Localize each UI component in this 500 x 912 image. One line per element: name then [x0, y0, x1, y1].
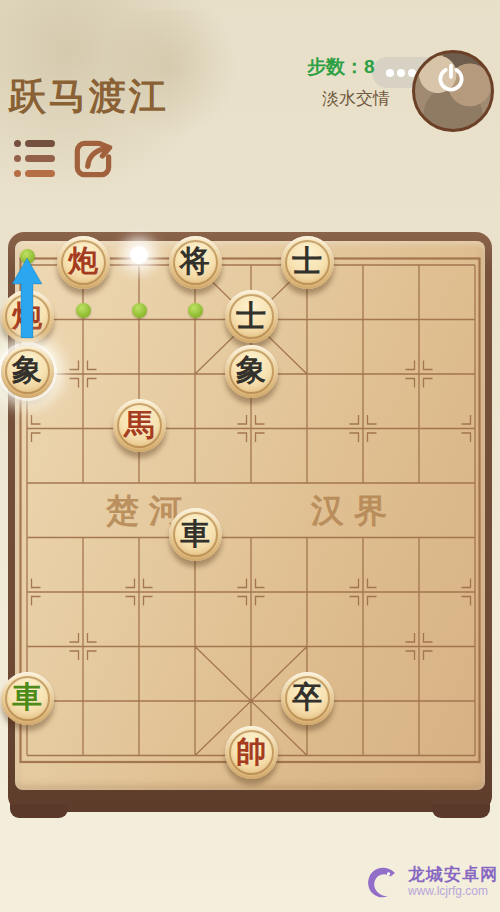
glow-point: [130, 246, 148, 264]
avatar[interactable]: [412, 50, 494, 132]
move-hint-dot[interactable]: [188, 303, 203, 318]
piece-glyph: 象: [236, 355, 266, 385]
steps-value: 8: [364, 56, 375, 77]
piece-glyph: 車: [180, 519, 210, 549]
move-hint-dot[interactable]: [132, 303, 147, 318]
steps-label: 步数：: [307, 56, 364, 77]
move-hint-dot[interactable]: [20, 249, 35, 264]
steps-counter: 步数：8: [307, 54, 375, 80]
board-frame: 楚河 汉界 炮将士炮士象象馬車車卒帥: [8, 232, 492, 812]
watermark-site-name: 龙城安卓网: [408, 866, 498, 885]
piece-black-象[interactable]: 象: [1, 345, 54, 398]
pieces-layer: 炮将士炮士象象馬車車卒帥: [0, 238, 500, 783]
watermark-site-url: www.lcjrfg.com: [408, 885, 498, 898]
piece-glyph: 士: [292, 246, 322, 276]
menu-dot: [386, 69, 394, 77]
piece-glyph: 卒: [292, 682, 322, 712]
piece-red-炮[interactable]: 炮: [57, 236, 110, 289]
piece-glyph: 炮: [12, 301, 42, 331]
piece-black-将[interactable]: 将: [169, 236, 222, 289]
dragon-logo-icon: [364, 860, 404, 904]
piece-glyph: 車: [12, 682, 42, 712]
piece-black-士[interactable]: 士: [225, 290, 278, 343]
menu-dot: [397, 69, 405, 77]
piece-glyph: 炮: [68, 246, 98, 276]
piece-black-車[interactable]: 車: [169, 508, 222, 561]
app-screen: 跃马渡江 步数：8 淡水交情 楚河 汉界 炮将士炮士象象馬車車卒帥: [0, 0, 500, 912]
list-icon-row: [14, 140, 58, 147]
list-icon-row: [14, 170, 58, 177]
xiangqi-board: 楚河 汉界 炮将士炮士象象馬車車卒帥: [15, 241, 485, 790]
site-watermark: 龙城安卓网 www.lcjrfg.com: [364, 860, 498, 904]
page-title: 跃马渡江: [9, 72, 169, 122]
player-name: 淡水交情: [322, 87, 390, 110]
piece-black-卒[interactable]: 卒: [281, 672, 334, 725]
move-list-icon[interactable]: [14, 140, 58, 177]
piece-black-象[interactable]: 象: [225, 345, 278, 398]
piece-glyph: 士: [236, 301, 266, 331]
piece-red-馬[interactable]: 馬: [113, 399, 166, 452]
power-icon[interactable]: [434, 62, 468, 96]
piece-red-帥[interactable]: 帥: [225, 726, 278, 779]
piece-glyph: 帥: [236, 737, 266, 767]
piece-black-士[interactable]: 士: [281, 236, 334, 289]
piece-black-車[interactable]: 車: [1, 672, 54, 725]
piece-glyph: 将: [180, 246, 210, 276]
list-icon-row: [14, 155, 58, 162]
move-hint-dot[interactable]: [76, 303, 91, 318]
piece-red-炮[interactable]: 炮: [1, 290, 54, 343]
piece-glyph: 象: [12, 355, 42, 385]
piece-glyph: 馬: [124, 410, 154, 440]
share-icon[interactable]: [70, 134, 118, 186]
